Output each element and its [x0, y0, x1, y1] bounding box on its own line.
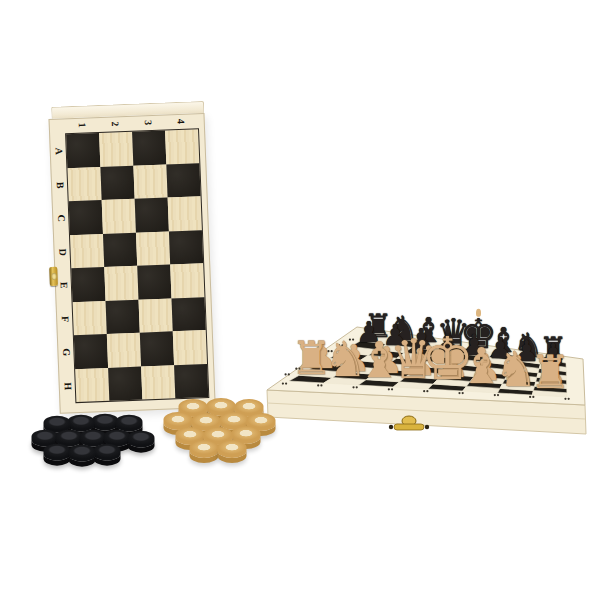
open-chess-board: ♜♞♝♛♚♝♞♜♟♟♟♟♟♟♟♟♟♟♟♟♟♟♟♟♜♞♝♛♚♝♞♜ [0, 0, 600, 600]
black-checker [94, 444, 121, 461]
product-photo-scene: 1234 ABCDEFGH ♜♞♝♛♚♝♞♜♟♟♟♟♟♟♟♟♟♟♟♟♟♟♟♟♜♞… [0, 0, 600, 600]
black-checker [44, 444, 71, 461]
chess-pieces-layer: ♜♞♝♛♚♝♞♜♟♟♟♟♟♟♟♟♟♟♟♟♟♟♟♟♜♞♝♛♚♝♞♜ [0, 0, 600, 600]
black-checker [128, 431, 155, 448]
white-rook-piece: ♜ [529, 349, 570, 395]
wood-checker [190, 440, 219, 458]
king-finial [476, 309, 481, 317]
wood-checker [218, 440, 247, 458]
black-checker [69, 445, 96, 462]
black-checker [92, 414, 119, 431]
king-finial [445, 326, 450, 334]
